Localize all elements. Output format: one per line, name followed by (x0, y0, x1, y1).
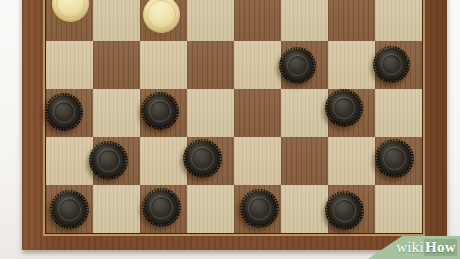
board-square-r3c3 (187, 137, 234, 185)
wikihow-wordmark-wiki: wiki (396, 240, 424, 255)
board-square-r3c4 (234, 137, 281, 185)
board-square-r1c7 (375, 41, 422, 89)
board-square-r0c6 (328, 0, 375, 41)
board-square-r4c5 (281, 185, 328, 233)
board-square-r1c1 (93, 41, 140, 89)
board-square-r3c0 (46, 137, 93, 185)
board-square-r2c4 (234, 89, 281, 137)
board-square-r1c3 (187, 41, 234, 89)
board-square-r2c6 (328, 89, 375, 137)
board-square-r1c2 (140, 41, 187, 89)
board-square-r2c5 (281, 89, 328, 137)
board-square-r4c2 (140, 185, 187, 233)
board-square-r0c0 (46, 0, 93, 41)
board-square-r2c7 (375, 89, 422, 137)
board-square-r4c4 (234, 185, 281, 233)
board-square-r0c5 (281, 0, 328, 41)
board-square-r4c7 (375, 185, 422, 233)
wikihow-wordmark-how: How (424, 239, 457, 256)
board-square-r3c6 (328, 137, 375, 185)
board-square-r0c2 (140, 0, 187, 41)
board-square-r3c7 (375, 137, 422, 185)
board-square-r1c6 (328, 41, 375, 89)
board-square-r2c1 (93, 89, 140, 137)
board-square-r0c3 (187, 0, 234, 41)
board-square-r0c1 (93, 0, 140, 41)
board-square-r4c3 (187, 185, 234, 233)
checkers-board (45, 0, 423, 234)
board-square-r1c4 (234, 41, 281, 89)
board-square-r3c5 (281, 137, 328, 185)
board-square-r3c1 (93, 137, 140, 185)
board-square-r2c3 (187, 89, 234, 137)
board-square-r0c7 (375, 0, 422, 41)
board-square-r4c6 (328, 185, 375, 233)
board-square-r1c0 (46, 41, 93, 89)
board-photo: wikiHow (0, 0, 460, 259)
board-square-r2c0 (46, 89, 93, 137)
board-frame (22, 0, 447, 250)
board-square-r4c1 (93, 185, 140, 233)
board-square-r0c4 (234, 0, 281, 41)
board-square-r2c2 (140, 89, 187, 137)
board-square-r4c0 (46, 185, 93, 233)
board-square-r3c2 (140, 137, 187, 185)
board-square-r1c5 (281, 41, 328, 89)
